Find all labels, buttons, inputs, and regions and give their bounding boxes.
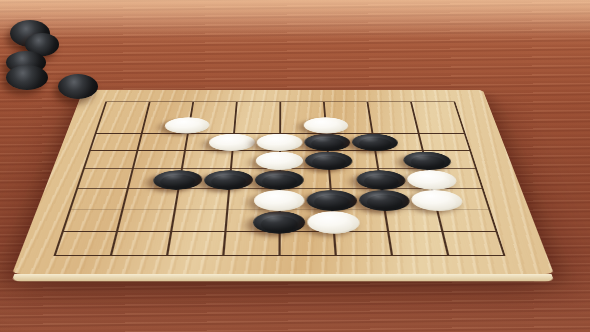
stone-glyph: ● [164,117,211,133]
stone-glyph: ● [402,152,454,170]
offboard-black-stone [58,74,98,99]
stone-glyph: ● [304,117,350,133]
white-stone[interactable]: ● [257,134,303,151]
stone-glyph: ● [410,190,466,211]
white-stone[interactable]: ● [164,117,211,133]
black-stone[interactable]: ● [253,212,306,234]
stone-glyph: ● [307,212,361,234]
white-stone[interactable]: ● [208,134,255,151]
stone-glyph: ● [305,152,354,170]
stone-glyph: ● [307,190,359,211]
black-stone[interactable]: ● [203,170,253,189]
stone-glyph: ● [256,152,304,170]
stone-glyph: ● [253,212,306,234]
scene: ●●●●●●●●●●●●●●●●●●●● [0,0,590,332]
black-stone[interactable]: ● [255,170,305,189]
stone-glyph: ● [358,190,412,211]
black-stone[interactable]: ● [304,134,351,151]
stone-glyph: ● [152,170,204,189]
stone-glyph: ● [257,134,303,151]
black-stone[interactable]: ● [351,134,400,151]
black-stone[interactable]: ● [305,152,354,170]
photo-frame: ●●●●●●●●●●●●●●●●●●●● [0,0,590,332]
white-stone[interactable]: ● [307,212,361,234]
stone-glyph: ● [254,190,305,211]
black-stone[interactable]: ● [356,170,408,189]
stone-glyph: ● [203,170,253,189]
white-stone[interactable]: ● [256,152,304,170]
stone-glyph: ● [304,134,351,151]
white-stone[interactable]: ● [254,190,305,211]
white-stone[interactable]: ● [406,170,460,189]
black-stone[interactable]: ● [358,190,412,211]
stone-glyph: ● [351,134,400,151]
stone-glyph: ● [255,170,305,189]
offboard-black-stone [6,65,48,90]
stone-glyph: ● [406,170,460,189]
go-board[interactable]: ●●●●●●●●●●●●●●●●●●●● [12,90,554,274]
stone-glyph: ● [356,170,408,189]
white-stone[interactable]: ● [304,117,350,133]
black-stone[interactable]: ● [152,170,204,189]
black-stone[interactable]: ● [402,152,454,170]
white-stone[interactable]: ● [410,190,466,211]
stone-glyph: ● [208,134,255,151]
black-stone[interactable]: ● [307,190,359,211]
